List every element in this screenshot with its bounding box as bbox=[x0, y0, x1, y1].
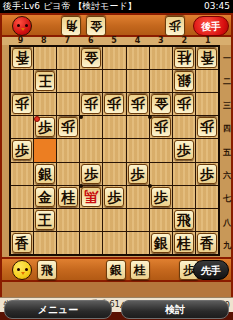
square-7-1[interactable] bbox=[57, 47, 79, 69]
hoshi-point-icon bbox=[79, 115, 83, 119]
square-6-9[interactable] bbox=[80, 232, 102, 254]
square-1-6[interactable]: 歩 bbox=[196, 163, 218, 185]
piece-sente-歩-46[interactable]: 歩 bbox=[128, 164, 148, 184]
piece-gote-香-91[interactable]: 香 bbox=[12, 48, 32, 68]
piece-sente-歩-16[interactable]: 歩 bbox=[197, 164, 217, 184]
piece-gote-歩-34[interactable]: 歩 bbox=[151, 117, 171, 137]
square-6-6[interactable]: 歩 bbox=[80, 163, 102, 185]
rank-label-3: 三 bbox=[221, 100, 233, 111]
square-2-6[interactable] bbox=[173, 163, 195, 185]
square-1-3[interactable] bbox=[196, 93, 218, 115]
sente-turn-badge: 先手 bbox=[193, 260, 229, 280]
piece-sente-歩-95[interactable]: 歩 bbox=[12, 140, 32, 160]
file-label-6: 6 bbox=[86, 36, 96, 45]
square-3-1[interactable] bbox=[150, 47, 172, 69]
square-6-3[interactable]: 歩 bbox=[80, 93, 102, 115]
avatar-beak-icon bbox=[21, 272, 25, 275]
square-5-5[interactable] bbox=[103, 139, 125, 161]
square-6-5[interactable] bbox=[80, 139, 102, 161]
bottom-button-bar: メニュー 検討 bbox=[0, 298, 233, 320]
file-label-7: 7 bbox=[62, 36, 72, 45]
file-label-2: 2 bbox=[179, 36, 189, 45]
square-5-2[interactable] bbox=[103, 70, 125, 92]
square-8-4[interactable]: 歩 bbox=[34, 116, 56, 138]
rank-label-2: 二 bbox=[221, 76, 233, 87]
square-3-4[interactable]: 歩 bbox=[150, 116, 172, 138]
square-7-2[interactable] bbox=[57, 70, 79, 92]
square-8-3[interactable] bbox=[34, 93, 56, 115]
square-5-6[interactable] bbox=[103, 163, 125, 185]
piece-sente-歩-66[interactable]: 歩 bbox=[81, 164, 101, 184]
square-1-5[interactable] bbox=[196, 139, 218, 161]
square-3-9[interactable]: 銀 bbox=[150, 232, 172, 254]
file-label-1: 1 bbox=[203, 36, 213, 45]
square-4-1[interactable] bbox=[127, 47, 149, 69]
piece-gote-馬-67[interactable]: 馬 bbox=[81, 187, 101, 207]
square-7-4[interactable]: 歩 bbox=[57, 116, 79, 138]
square-7-9[interactable] bbox=[57, 232, 79, 254]
piece-sente-歩-25[interactable]: 歩 bbox=[174, 140, 194, 160]
square-1-2[interactable] bbox=[196, 70, 218, 92]
piece-gote-歩-23[interactable]: 歩 bbox=[174, 94, 194, 114]
piece-sente-歩-84[interactable]: 歩 bbox=[35, 117, 55, 137]
title-bar: 後手:Lv6 ピヨ帝 【検討モード】 03:45 bbox=[0, 0, 233, 13]
gote-turn-badge: 後手 bbox=[193, 16, 229, 36]
board-panel: 角金歩 後手 987654321 香金桂香王銀歩歩歩歩金歩歩歩歩歩歩歩銀歩歩歩金… bbox=[0, 13, 233, 297]
square-9-2[interactable] bbox=[11, 70, 33, 92]
rank-label-5: 五 bbox=[221, 147, 233, 158]
square-8-7[interactable]: 金 bbox=[34, 186, 56, 208]
file-label-8: 8 bbox=[39, 36, 49, 45]
rank-label-4: 四 bbox=[221, 123, 233, 134]
square-2-5[interactable]: 歩 bbox=[173, 139, 195, 161]
piece-gote-金-61[interactable]: 金 bbox=[81, 48, 101, 68]
piece-sente-香-19[interactable]: 香 bbox=[197, 233, 217, 253]
square-4-6[interactable]: 歩 bbox=[127, 163, 149, 185]
square-7-6[interactable] bbox=[57, 163, 79, 185]
square-8-8[interactable]: 王 bbox=[34, 209, 56, 231]
square-1-9[interactable]: 香 bbox=[196, 232, 218, 254]
piece-gote-桂-21[interactable]: 桂 bbox=[174, 48, 194, 68]
piece-gote-歩-14[interactable]: 歩 bbox=[197, 117, 217, 137]
square-5-1[interactable] bbox=[103, 47, 125, 69]
opponent-info-label: 後手:Lv6 ピヨ帝 【検討モード】 bbox=[3, 0, 137, 13]
square-6-7[interactable]: 馬 bbox=[80, 186, 102, 208]
piece-gote-歩-53[interactable]: 歩 bbox=[104, 94, 124, 114]
square-1-7[interactable] bbox=[196, 186, 218, 208]
review-button[interactable]: 検討 bbox=[121, 300, 229, 319]
square-8-6[interactable]: 銀 bbox=[34, 163, 56, 185]
rank-label-1: 一 bbox=[221, 53, 233, 64]
square-9-6[interactable] bbox=[11, 163, 33, 185]
piece-gote-香-11[interactable]: 香 bbox=[197, 48, 217, 68]
piece-sente-飛-28[interactable]: 飛 bbox=[174, 210, 194, 230]
piece-gote-歩-43[interactable]: 歩 bbox=[128, 94, 148, 114]
file-label-9: 9 bbox=[16, 36, 26, 45]
square-5-7[interactable]: 歩 bbox=[103, 186, 125, 208]
piece-gote-金-33[interactable]: 金 bbox=[151, 94, 171, 114]
piece-gote-歩-63[interactable]: 歩 bbox=[81, 94, 101, 114]
square-3-3[interactable]: 金 bbox=[150, 93, 172, 115]
square-2-9[interactable]: 桂 bbox=[173, 232, 195, 254]
square-6-4[interactable] bbox=[80, 116, 102, 138]
hand-piece-gote-角[interactable]: 角 bbox=[61, 16, 81, 36]
square-4-9[interactable] bbox=[127, 232, 149, 254]
square-2-8[interactable]: 飛 bbox=[173, 209, 195, 231]
square-3-2[interactable] bbox=[150, 70, 172, 92]
gote-clock: 03:45 bbox=[204, 0, 230, 13]
piece-sente-歩-37[interactable]: 歩 bbox=[151, 187, 171, 207]
gote-avatar-icon bbox=[12, 16, 32, 36]
square-9-1[interactable]: 香 bbox=[11, 47, 33, 69]
avatar-eye-icon bbox=[17, 24, 20, 27]
square-2-3[interactable]: 歩 bbox=[173, 93, 195, 115]
piece-gote-歩-74[interactable]: 歩 bbox=[58, 117, 78, 137]
hand-piece-sente-桂[interactable]: 桂 bbox=[130, 260, 150, 280]
hoshi-point-icon bbox=[79, 184, 83, 188]
square-9-9[interactable]: 香 bbox=[11, 232, 33, 254]
square-6-2[interactable] bbox=[80, 70, 102, 92]
last-move-marker-icon bbox=[34, 116, 40, 122]
square-7-5[interactable] bbox=[57, 139, 79, 161]
piece-sente-香-99[interactable]: 香 bbox=[12, 233, 32, 253]
menu-button[interactable]: メニュー bbox=[4, 300, 112, 319]
piece-gote-歩-93[interactable]: 歩 bbox=[12, 94, 32, 114]
piece-sente-桂-77[interactable]: 桂 bbox=[58, 187, 78, 207]
square-8-9[interactable] bbox=[34, 232, 56, 254]
file-coordinates: 987654321 bbox=[2, 37, 231, 45]
square-1-1[interactable]: 香 bbox=[196, 47, 218, 69]
square-5-4[interactable] bbox=[103, 116, 125, 138]
shogi-board: 香金桂香王銀歩歩歩歩金歩歩歩歩歩歩歩銀歩歩歩金桂馬歩歩王飛香銀桂香 一二三四五六… bbox=[2, 45, 231, 257]
square-5-3[interactable]: 歩 bbox=[103, 93, 125, 115]
file-label-5: 5 bbox=[109, 36, 119, 45]
avatar-eye-icon bbox=[25, 24, 28, 27]
rank-label-6: 六 bbox=[221, 170, 233, 181]
hand-piece-gote-歩[interactable]: 歩 bbox=[165, 16, 185, 36]
gote-hand-tray: 角金歩 後手 bbox=[2, 13, 231, 37]
piece-sente-歩-57[interactable]: 歩 bbox=[104, 187, 124, 207]
file-label-3: 3 bbox=[156, 36, 166, 45]
square-5-9[interactable] bbox=[103, 232, 125, 254]
hoshi-point-icon bbox=[148, 115, 152, 119]
piece-sente-銀-39[interactable]: 銀 bbox=[151, 233, 171, 253]
square-6-8[interactable] bbox=[80, 209, 102, 231]
rank-label-8: 八 bbox=[221, 217, 233, 228]
avatar-beak-icon bbox=[21, 28, 25, 31]
square-8-5[interactable] bbox=[34, 139, 56, 161]
hand-piece-sente-飛[interactable]: 飛 bbox=[37, 260, 57, 280]
square-7-7[interactable]: 桂 bbox=[57, 186, 79, 208]
square-2-4[interactable] bbox=[173, 116, 195, 138]
square-4-5[interactable] bbox=[127, 139, 149, 161]
square-1-8[interactable] bbox=[196, 209, 218, 231]
sente-hand-tray: 飛銀桂歩 先手 bbox=[2, 257, 231, 282]
square-2-1[interactable]: 桂 bbox=[173, 47, 195, 69]
sente-avatar-icon bbox=[12, 260, 32, 280]
avatar-eye-icon bbox=[17, 268, 20, 271]
hoshi-point-icon bbox=[148, 184, 152, 188]
square-3-6[interactable] bbox=[150, 163, 172, 185]
rank-label-7: 七 bbox=[221, 193, 233, 204]
square-3-8[interactable] bbox=[150, 209, 172, 231]
piece-sente-王-88[interactable]: 王 bbox=[35, 210, 55, 230]
square-2-2[interactable]: 銀 bbox=[173, 70, 195, 92]
square-4-3[interactable]: 歩 bbox=[127, 93, 149, 115]
square-6-1[interactable]: 金 bbox=[80, 47, 102, 69]
app-screen: 後手:Lv6 ピヨ帝 【検討モード】 03:45 角金歩 後手 98765432… bbox=[0, 0, 233, 320]
piece-gote-銀-22[interactable]: 銀 bbox=[174, 71, 194, 91]
square-4-8[interactable] bbox=[127, 209, 149, 231]
square-9-3[interactable]: 歩 bbox=[11, 93, 33, 115]
square-7-8[interactable] bbox=[57, 209, 79, 231]
hand-piece-sente-銀[interactable]: 銀 bbox=[106, 260, 126, 280]
square-4-7[interactable] bbox=[127, 186, 149, 208]
square-1-4[interactable]: 歩 bbox=[196, 116, 218, 138]
square-9-8[interactable] bbox=[11, 209, 33, 231]
square-7-3[interactable] bbox=[57, 93, 79, 115]
square-4-4[interactable] bbox=[127, 116, 149, 138]
piece-sente-金-87[interactable]: 金 bbox=[35, 187, 55, 207]
piece-sente-桂-29[interactable]: 桂 bbox=[174, 233, 194, 253]
square-3-5[interactable] bbox=[150, 139, 172, 161]
avatar-eye-icon bbox=[25, 268, 28, 271]
hand-piece-gote-金[interactable]: 金 bbox=[86, 16, 106, 36]
board-grid: 香金桂香王銀歩歩歩歩金歩歩歩歩歩歩歩銀歩歩歩金桂馬歩歩王飛香銀桂香 bbox=[9, 45, 220, 256]
square-3-7[interactable]: 歩 bbox=[150, 186, 172, 208]
square-9-5[interactable]: 歩 bbox=[11, 139, 33, 161]
rank-label-9: 九 bbox=[221, 240, 233, 251]
square-9-7[interactable] bbox=[11, 186, 33, 208]
file-label-4: 4 bbox=[133, 36, 143, 45]
piece-sente-銀-86[interactable]: 銀 bbox=[35, 164, 55, 184]
square-4-2[interactable] bbox=[127, 70, 149, 92]
square-8-2[interactable]: 王 bbox=[34, 70, 56, 92]
square-9-4[interactable] bbox=[11, 116, 33, 138]
piece-gote-王-82[interactable]: 王 bbox=[35, 71, 55, 91]
square-2-7[interactable] bbox=[173, 186, 195, 208]
square-8-1[interactable] bbox=[34, 47, 56, 69]
square-5-8[interactable] bbox=[103, 209, 125, 231]
